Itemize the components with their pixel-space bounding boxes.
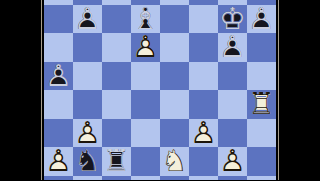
knight-glyph-outline: ♘ <box>73 147 102 176</box>
board-frame: ♜♖♟♙♝♗♚♔♟♙♟♙♟♙♟♙♜♖♟♙♟♙♟♙♞♘♜♖♞♘♟♙ <box>41 0 279 180</box>
square-e5 <box>160 62 189 91</box>
white-knight-piece: ♞♘ <box>160 147 189 176</box>
pawn-glyph-outline: ♙ <box>44 62 73 91</box>
pawn-glyph-outline: ♙ <box>73 5 102 34</box>
square-e6 <box>160 33 189 62</box>
chess-board: ♜♖♟♙♝♗♚♔♟♙♟♙♟♙♟♙♜♖♟♙♟♙♟♙♞♘♜♖♞♘♟♙ <box>44 0 276 180</box>
board-clip: ♜♖♟♙♝♗♚♔♟♙♟♙♟♙♟♙♜♖♟♙♟♙♟♙♞♘♜♖♞♘♟♙ <box>44 0 276 180</box>
pawn-glyph-outline: ♙ <box>189 119 218 148</box>
square-e7 <box>160 5 189 34</box>
pawn-glyph-outline: ♙ <box>44 147 73 176</box>
square-d5 <box>131 62 160 91</box>
square-g4 <box>218 90 247 119</box>
white-pawn-piece: ♟♙ <box>218 147 247 176</box>
square-b6 <box>73 33 102 62</box>
rook-glyph-outline: ♖ <box>247 90 276 119</box>
square-h6 <box>247 33 276 62</box>
square-c4 <box>102 90 131 119</box>
black-pawn-piece: ♟♙ <box>247 5 276 34</box>
square-c6 <box>102 33 131 62</box>
square-c5 <box>102 62 131 91</box>
square-h3 <box>247 119 276 148</box>
white-pawn-piece: ♟♙ <box>44 147 73 176</box>
square-a7 <box>44 5 73 34</box>
square-a4 <box>44 90 73 119</box>
square-d2 <box>131 147 160 176</box>
video-frame: ♜♖♟♙♝♗♚♔♟♙♟♙♟♙♟♙♜♖♟♙♟♙♟♙♞♘♜♖♞♘♟♙ <box>0 0 320 180</box>
rook-glyph-outline: ♖ <box>102 0 131 5</box>
white-rook-piece: ♜♖ <box>247 90 276 119</box>
square-h1 <box>247 176 276 181</box>
square-d1 <box>131 176 160 181</box>
black-pawn-piece: ♟♙ <box>73 5 102 34</box>
square-c7 <box>102 5 131 34</box>
square-f6 <box>189 33 218 62</box>
square-d4 <box>131 90 160 119</box>
pawn-glyph-outline: ♙ <box>247 5 276 34</box>
black-rook-piece: ♜♖ <box>102 0 131 5</box>
letterbox-left <box>0 0 41 180</box>
rook-glyph-outline: ♖ <box>102 147 131 176</box>
square-h2 <box>247 147 276 176</box>
square-e4 <box>160 90 189 119</box>
square-d3 <box>131 119 160 148</box>
pawn-glyph-outline: ♙ <box>218 147 247 176</box>
square-f7 <box>189 5 218 34</box>
square-f2 <box>189 147 218 176</box>
square-b5 <box>73 62 102 91</box>
black-knight-piece: ♞♘ <box>73 147 102 176</box>
white-pawn-piece: ♟♙ <box>189 119 218 148</box>
square-f1 <box>189 176 218 181</box>
pawn-glyph-outline: ♙ <box>131 33 160 62</box>
square-g5 <box>218 62 247 91</box>
square-f5 <box>189 62 218 91</box>
knight-glyph-outline: ♘ <box>160 147 189 176</box>
black-pawn-piece: ♟♙ <box>218 33 247 62</box>
pawn-glyph-outline: ♙ <box>218 33 247 62</box>
black-rook-piece: ♜♖ <box>102 147 131 176</box>
letterbox-right <box>279 0 320 180</box>
black-pawn-piece: ♟♙ <box>44 62 73 91</box>
white-pawn-piece: ♟♙ <box>131 33 160 62</box>
